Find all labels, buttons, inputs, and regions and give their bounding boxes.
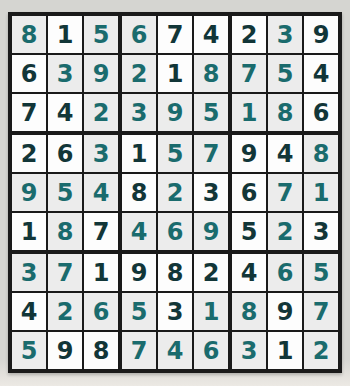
- sudoku-box-2: 674218395: [122, 16, 228, 131]
- sudoku-box-3: 239754186: [232, 16, 338, 131]
- cell-r8c2[interactable]: 2: [48, 293, 82, 330]
- cell-r6c3[interactable]: 7: [84, 213, 118, 250]
- cell-r1c4[interactable]: 6: [122, 16, 156, 53]
- cell-r5c5[interactable]: 2: [158, 174, 192, 211]
- cell-r5c9[interactable]: 1: [304, 174, 338, 211]
- page-background: 8156397426742183952397541862639541871578…: [0, 0, 350, 386]
- cell-r4c4[interactable]: 1: [122, 135, 156, 172]
- cell-r8c5[interactable]: 3: [158, 293, 192, 330]
- sudoku-box-5: 157823469: [122, 135, 228, 250]
- cell-r7c8[interactable]: 6: [268, 254, 302, 291]
- cell-r3c3[interactable]: 2: [84, 94, 118, 131]
- cell-r5c1[interactable]: 9: [12, 174, 46, 211]
- cell-r2c4[interactable]: 2: [122, 55, 156, 92]
- cell-r7c3[interactable]: 1: [84, 254, 118, 291]
- cell-r6c7[interactable]: 5: [232, 213, 266, 250]
- cell-r2c8[interactable]: 5: [268, 55, 302, 92]
- cell-r5c6[interactable]: 3: [194, 174, 228, 211]
- cell-r2c3[interactable]: 9: [84, 55, 118, 92]
- cell-r7c5[interactable]: 8: [158, 254, 192, 291]
- cell-r8c6[interactable]: 1: [194, 293, 228, 330]
- cell-r7c4[interactable]: 9: [122, 254, 156, 291]
- cell-r7c1[interactable]: 3: [12, 254, 46, 291]
- cell-r9c2[interactable]: 9: [48, 332, 82, 369]
- cell-r4c8[interactable]: 4: [268, 135, 302, 172]
- sudoku-box-1: 815639742: [12, 16, 118, 131]
- cell-r5c2[interactable]: 5: [48, 174, 82, 211]
- cell-r2c1[interactable]: 6: [12, 55, 46, 92]
- cell-r9c9[interactable]: 2: [304, 332, 338, 369]
- cell-r3c5[interactable]: 9: [158, 94, 192, 131]
- cell-r6c4[interactable]: 4: [122, 213, 156, 250]
- cell-r8c3[interactable]: 6: [84, 293, 118, 330]
- cell-r9c5[interactable]: 4: [158, 332, 192, 369]
- cell-r4c9[interactable]: 8: [304, 135, 338, 172]
- cell-r9c1[interactable]: 5: [12, 332, 46, 369]
- cell-r2c6[interactable]: 8: [194, 55, 228, 92]
- cell-r3c8[interactable]: 8: [268, 94, 302, 131]
- cell-r8c4[interactable]: 5: [122, 293, 156, 330]
- cell-r6c5[interactable]: 6: [158, 213, 192, 250]
- cell-r8c7[interactable]: 8: [232, 293, 266, 330]
- cell-r4c3[interactable]: 3: [84, 135, 118, 172]
- cell-r1c8[interactable]: 3: [268, 16, 302, 53]
- cell-r6c9[interactable]: 3: [304, 213, 338, 250]
- cell-r7c6[interactable]: 2: [194, 254, 228, 291]
- cell-r2c2[interactable]: 3: [48, 55, 82, 92]
- cell-r3c7[interactable]: 1: [232, 94, 266, 131]
- cell-r9c3[interactable]: 8: [84, 332, 118, 369]
- cell-r7c9[interactable]: 5: [304, 254, 338, 291]
- cell-r8c9[interactable]: 7: [304, 293, 338, 330]
- cell-r9c6[interactable]: 6: [194, 332, 228, 369]
- sudoku-box-8: 982531746: [122, 254, 228, 369]
- cell-r9c7[interactable]: 3: [232, 332, 266, 369]
- cell-r3c9[interactable]: 6: [304, 94, 338, 131]
- cell-r4c2[interactable]: 6: [48, 135, 82, 172]
- cell-r1c5[interactable]: 7: [158, 16, 192, 53]
- cell-r2c9[interactable]: 4: [304, 55, 338, 92]
- cell-r1c2[interactable]: 1: [48, 16, 82, 53]
- cell-r1c1[interactable]: 8: [12, 16, 46, 53]
- cell-r4c6[interactable]: 7: [194, 135, 228, 172]
- cell-r4c7[interactable]: 9: [232, 135, 266, 172]
- cell-r3c2[interactable]: 4: [48, 94, 82, 131]
- cell-r8c1[interactable]: 4: [12, 293, 46, 330]
- sudoku-box-7: 371426598: [12, 254, 118, 369]
- cell-r1c3[interactable]: 5: [84, 16, 118, 53]
- cell-r3c1[interactable]: 7: [12, 94, 46, 131]
- sudoku-box-9: 465897312: [232, 254, 338, 369]
- cell-r3c4[interactable]: 3: [122, 94, 156, 131]
- cell-r5c8[interactable]: 7: [268, 174, 302, 211]
- cell-r5c3[interactable]: 4: [84, 174, 118, 211]
- cell-r6c1[interactable]: 1: [12, 213, 46, 250]
- cell-r6c2[interactable]: 8: [48, 213, 82, 250]
- cell-r3c6[interactable]: 5: [194, 94, 228, 131]
- cell-r2c7[interactable]: 7: [232, 55, 266, 92]
- cell-r7c2[interactable]: 7: [48, 254, 82, 291]
- sudoku-box-4: 263954187: [12, 135, 118, 250]
- cell-r9c4[interactable]: 7: [122, 332, 156, 369]
- cell-r5c4[interactable]: 8: [122, 174, 156, 211]
- cell-r5c7[interactable]: 6: [232, 174, 266, 211]
- cell-r6c8[interactable]: 2: [268, 213, 302, 250]
- cell-r4c1[interactable]: 2: [12, 135, 46, 172]
- cell-r2c5[interactable]: 1: [158, 55, 192, 92]
- cell-r9c8[interactable]: 1: [268, 332, 302, 369]
- cell-r4c5[interactable]: 5: [158, 135, 192, 172]
- cell-r6c6[interactable]: 9: [194, 213, 228, 250]
- cell-r7c7[interactable]: 4: [232, 254, 266, 291]
- cell-r8c8[interactable]: 9: [268, 293, 302, 330]
- sudoku-board: 8156397426742183952397541862639541871578…: [8, 12, 342, 373]
- cell-r1c7[interactable]: 2: [232, 16, 266, 53]
- cell-r1c9[interactable]: 9: [304, 16, 338, 53]
- cell-r1c6[interactable]: 4: [194, 16, 228, 53]
- sudoku-box-6: 948671523: [232, 135, 338, 250]
